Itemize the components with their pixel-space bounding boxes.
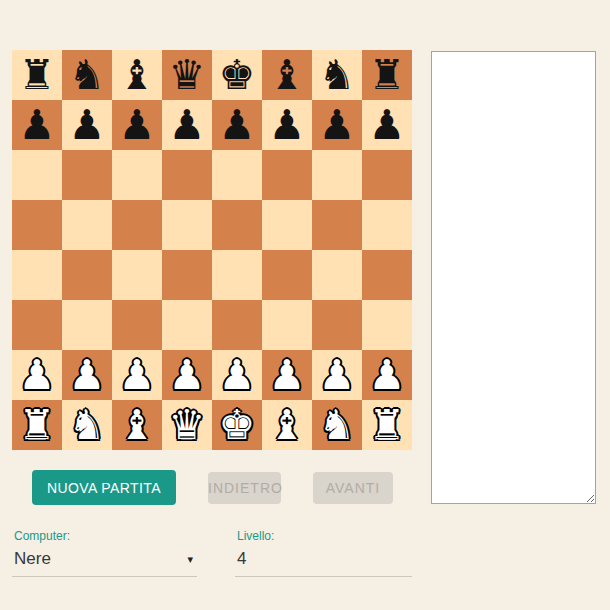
square-f1[interactable]: ♝ xyxy=(262,400,312,450)
square-c4[interactable] xyxy=(112,250,162,300)
square-h6[interactable] xyxy=(362,150,412,200)
square-d7[interactable]: ♟ xyxy=(162,100,212,150)
square-a6[interactable] xyxy=(12,150,62,200)
new-game-button[interactable]: NUOVA PARTITA xyxy=(32,470,176,505)
black-bishop-icon: ♝ xyxy=(269,50,306,100)
white-pawn-icon: ♟ xyxy=(119,350,156,400)
square-f5[interactable] xyxy=(262,200,312,250)
square-c7[interactable]: ♟ xyxy=(112,100,162,150)
black-pawn-icon: ♟ xyxy=(369,100,406,150)
black-knight-icon: ♞ xyxy=(69,50,106,100)
square-d5[interactable] xyxy=(162,200,212,250)
computer-label: Computer: xyxy=(12,529,197,543)
move-list-textarea[interactable] xyxy=(431,51,596,504)
square-d3[interactable] xyxy=(162,300,212,350)
white-knight-icon: ♞ xyxy=(69,400,106,450)
square-h2[interactable]: ♟ xyxy=(362,350,412,400)
white-pawn-icon: ♟ xyxy=(19,350,56,400)
square-g7[interactable]: ♟ xyxy=(312,100,362,150)
square-g6[interactable] xyxy=(312,150,362,200)
chess-board: ♜♞♝♛♚♝♞♜♟♟♟♟♟♟♟♟♟♟♟♟♟♟♟♟♜♞♝♛♚♝♞♜ xyxy=(12,50,412,450)
black-king-icon: ♚ xyxy=(219,50,256,100)
square-b1[interactable]: ♞ xyxy=(62,400,112,450)
square-e8[interactable]: ♚ xyxy=(212,50,262,100)
square-f6[interactable] xyxy=(262,150,312,200)
square-e5[interactable] xyxy=(212,200,262,250)
white-king-icon: ♚ xyxy=(219,400,256,450)
black-pawn-icon: ♟ xyxy=(169,100,206,150)
square-c8[interactable]: ♝ xyxy=(112,50,162,100)
square-f8[interactable]: ♝ xyxy=(262,50,312,100)
square-d2[interactable]: ♟ xyxy=(162,350,212,400)
black-pawn-icon: ♟ xyxy=(269,100,306,150)
black-pawn-icon: ♟ xyxy=(69,100,106,150)
white-pawn-icon: ♟ xyxy=(319,350,356,400)
computer-color-select[interactable]: Nere ▾ xyxy=(12,549,197,577)
square-g1[interactable]: ♞ xyxy=(312,400,362,450)
square-h3[interactable] xyxy=(362,300,412,350)
square-h7[interactable]: ♟ xyxy=(362,100,412,150)
square-h4[interactable] xyxy=(362,250,412,300)
level-input[interactable] xyxy=(235,549,412,577)
square-f3[interactable] xyxy=(262,300,312,350)
square-a8[interactable]: ♜ xyxy=(12,50,62,100)
square-f7[interactable]: ♟ xyxy=(262,100,312,150)
square-c5[interactable] xyxy=(112,200,162,250)
square-g8[interactable]: ♞ xyxy=(312,50,362,100)
square-e7[interactable]: ♟ xyxy=(212,100,262,150)
white-pawn-icon: ♟ xyxy=(69,350,106,400)
square-c6[interactable] xyxy=(112,150,162,200)
square-a3[interactable] xyxy=(12,300,62,350)
square-e6[interactable] xyxy=(212,150,262,200)
black-rook-icon: ♜ xyxy=(369,50,406,100)
white-pawn-icon: ♟ xyxy=(369,350,406,400)
square-h5[interactable] xyxy=(362,200,412,250)
square-e3[interactable] xyxy=(212,300,262,350)
square-a2[interactable]: ♟ xyxy=(12,350,62,400)
square-b8[interactable]: ♞ xyxy=(62,50,112,100)
white-knight-icon: ♞ xyxy=(319,400,356,450)
black-bishop-icon: ♝ xyxy=(119,50,156,100)
square-c2[interactable]: ♟ xyxy=(112,350,162,400)
forward-button[interactable]: AVANTI xyxy=(313,472,393,504)
white-bishop-icon: ♝ xyxy=(119,400,156,450)
square-a7[interactable]: ♟ xyxy=(12,100,62,150)
white-rook-icon: ♜ xyxy=(19,400,56,450)
square-g5[interactable] xyxy=(312,200,362,250)
square-e1[interactable]: ♚ xyxy=(212,400,262,450)
square-b4[interactable] xyxy=(62,250,112,300)
white-rook-icon: ♜ xyxy=(369,400,406,450)
square-e4[interactable] xyxy=(212,250,262,300)
square-f4[interactable] xyxy=(262,250,312,300)
square-g2[interactable]: ♟ xyxy=(312,350,362,400)
chevron-down-icon: ▾ xyxy=(187,553,195,566)
computer-color-value: Nere xyxy=(14,549,51,569)
level-label: Livello: xyxy=(235,529,412,543)
white-queen-icon: ♛ xyxy=(169,400,206,450)
black-knight-icon: ♞ xyxy=(319,50,356,100)
computer-color-field: Computer: Nere ▾ xyxy=(12,529,197,577)
square-b6[interactable] xyxy=(62,150,112,200)
black-rook-icon: ♜ xyxy=(19,50,56,100)
square-b5[interactable] xyxy=(62,200,112,250)
square-d1[interactable]: ♛ xyxy=(162,400,212,450)
square-h1[interactable]: ♜ xyxy=(362,400,412,450)
square-g4[interactable] xyxy=(312,250,362,300)
black-pawn-icon: ♟ xyxy=(119,100,156,150)
square-a1[interactable]: ♜ xyxy=(12,400,62,450)
square-g3[interactable] xyxy=(312,300,362,350)
square-c1[interactable]: ♝ xyxy=(112,400,162,450)
square-h8[interactable]: ♜ xyxy=(362,50,412,100)
square-d6[interactable] xyxy=(162,150,212,200)
white-pawn-icon: ♟ xyxy=(169,350,206,400)
square-a5[interactable] xyxy=(12,200,62,250)
black-pawn-icon: ♟ xyxy=(19,100,56,150)
white-pawn-icon: ♟ xyxy=(269,350,306,400)
square-d8[interactable]: ♛ xyxy=(162,50,212,100)
square-b2[interactable]: ♟ xyxy=(62,350,112,400)
white-bishop-icon: ♝ xyxy=(269,400,306,450)
square-d4[interactable] xyxy=(162,250,212,300)
black-pawn-icon: ♟ xyxy=(219,100,256,150)
square-c3[interactable] xyxy=(112,300,162,350)
square-f2[interactable]: ♟ xyxy=(262,350,312,400)
square-b3[interactable] xyxy=(62,300,112,350)
level-field: Livello: xyxy=(235,529,412,577)
square-b7[interactable]: ♟ xyxy=(62,100,112,150)
square-e2[interactable]: ♟ xyxy=(212,350,262,400)
black-pawn-icon: ♟ xyxy=(319,100,356,150)
back-button[interactable]: INDIETRO xyxy=(208,472,281,504)
square-a4[interactable] xyxy=(12,250,62,300)
white-pawn-icon: ♟ xyxy=(219,350,256,400)
black-queen-icon: ♛ xyxy=(169,50,206,100)
